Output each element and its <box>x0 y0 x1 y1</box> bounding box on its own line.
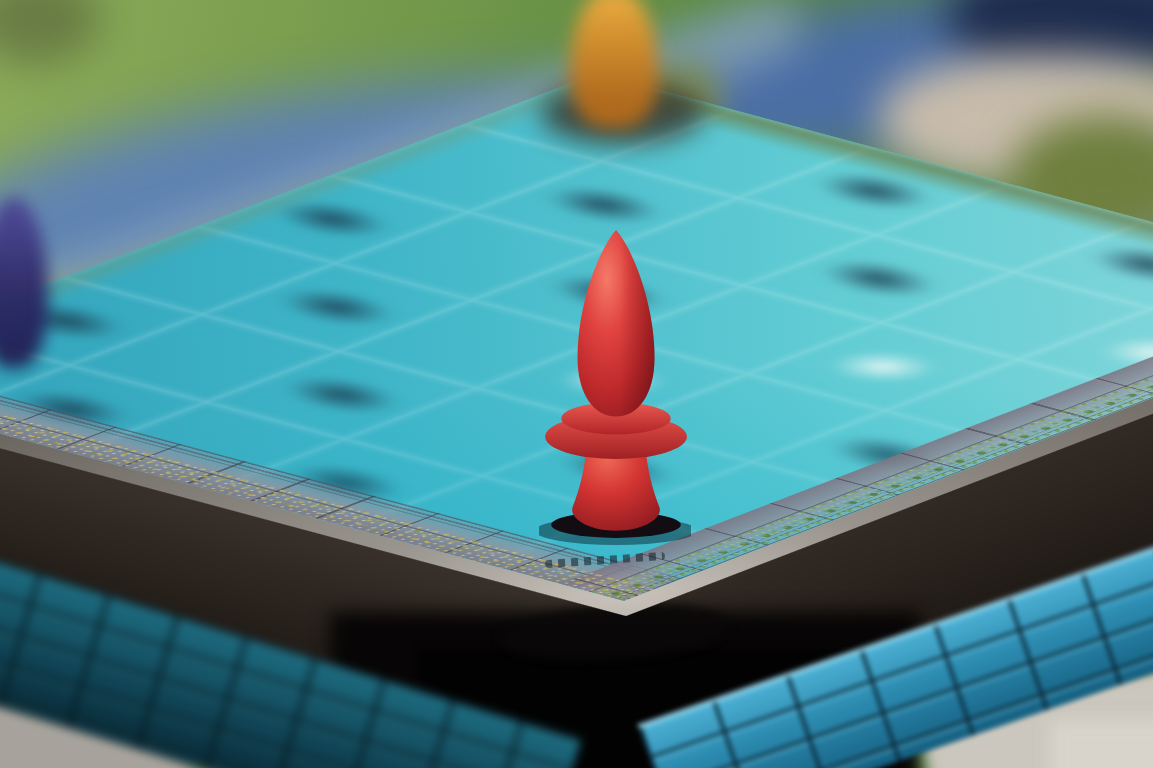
photo-scene <box>0 0 1153 768</box>
red-wizard-pawn[interactable] <box>539 224 691 548</box>
orange-wizard-pawn[interactable] <box>570 0 658 128</box>
table-surface-right-corner <box>1050 720 1153 768</box>
pawn-cone-shade <box>578 230 655 416</box>
